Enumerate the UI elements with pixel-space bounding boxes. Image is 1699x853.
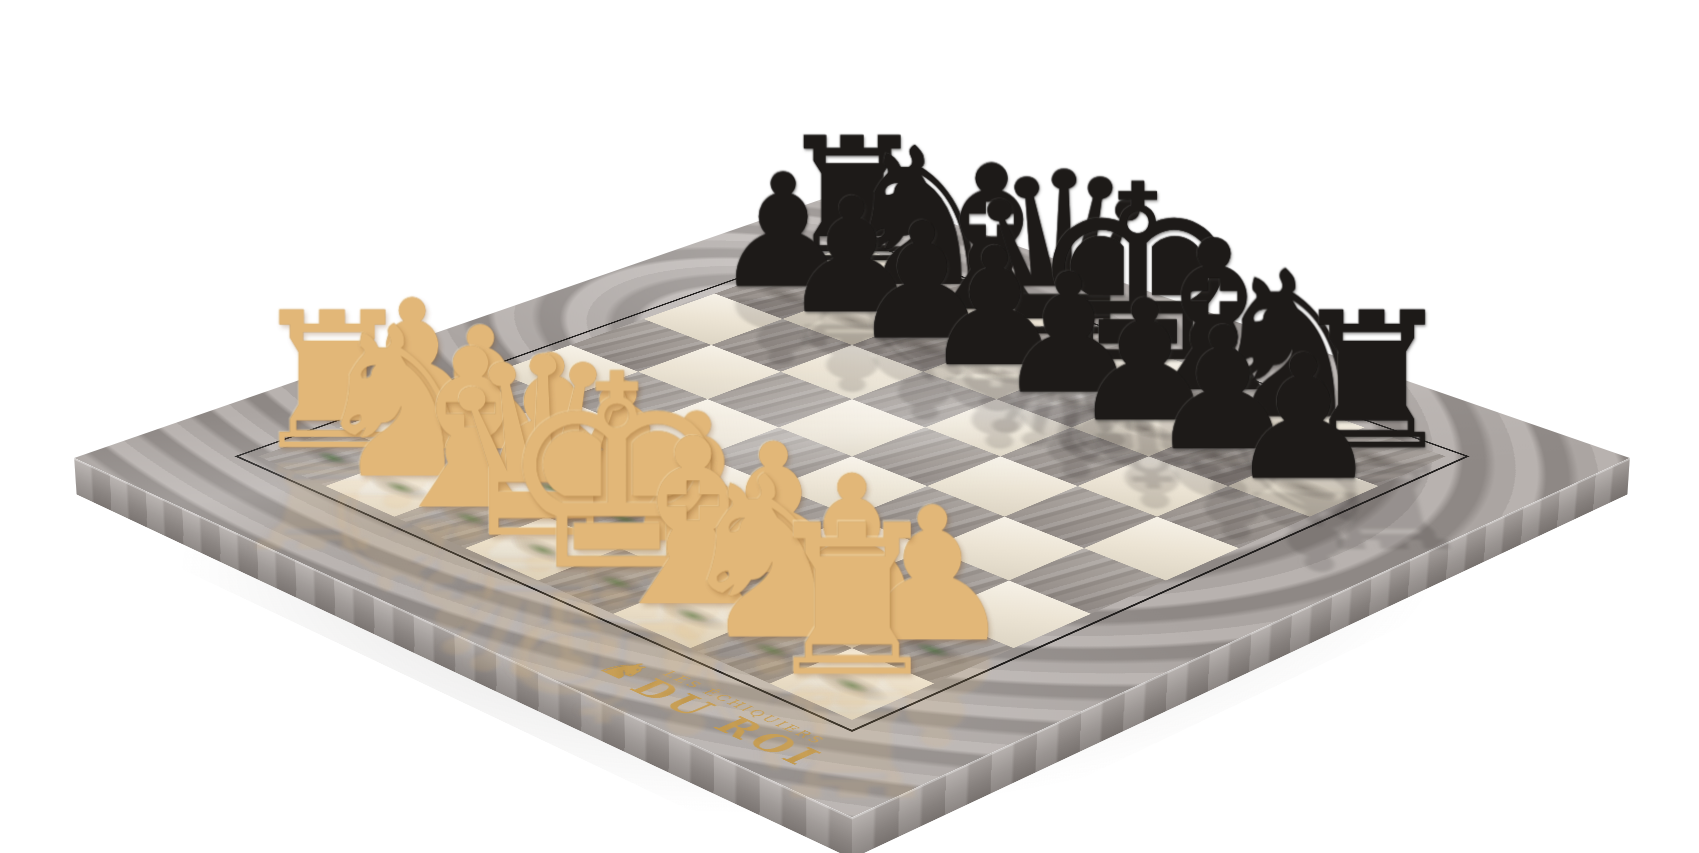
chess-board: ♞ LES ÉCHIQUIERS DU ROI ♜♜♞♞♝♝♛♛♚♚♝♝♞♞♜♜… <box>74 189 1630 818</box>
piece-black-pawn: ♟ <box>1172 349 1436 487</box>
piece-white-rook: ♜ <box>708 518 996 684</box>
piece-reflection: ♜ <box>701 685 1002 799</box>
product-photo-scene: ♞ LES ÉCHIQUIERS DU ROI ♜♜♞♞♝♝♛♛♚♚♝♝♞♞♜♜… <box>0 0 1699 853</box>
